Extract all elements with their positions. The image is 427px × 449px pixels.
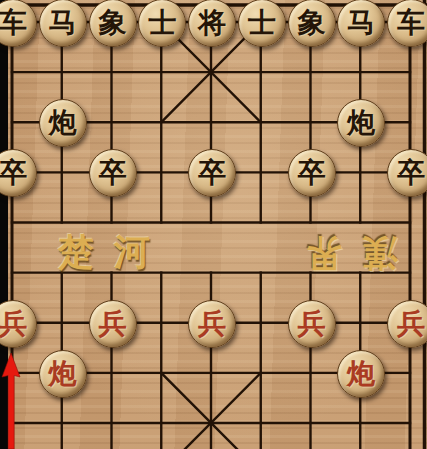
piece-glyph: 马: [347, 9, 375, 37]
piece-glyph: 卒: [198, 159, 226, 187]
piece-glyph: 炮: [347, 109, 375, 137]
piece-glyph: 炮: [49, 109, 77, 137]
piece-glyph: 马: [49, 9, 77, 37]
river-label-chu-he: 楚河: [58, 228, 170, 277]
piece-black-horse[interactable]: 马: [39, 0, 87, 47]
piece-black-cannon[interactable]: 炮: [39, 99, 87, 147]
piece-red-soldier[interactable]: 兵: [89, 300, 137, 348]
piece-black-advisor[interactable]: 士: [238, 0, 286, 47]
xiangqi-board[interactable]: 楚河 漢界 车马象士将士象马车炮炮卒卒卒卒卒兵兵兵兵兵炮炮: [0, 0, 427, 449]
move-arrow: [1, 352, 23, 449]
piece-glyph: 卒: [0, 159, 27, 187]
piece-glyph: 卒: [298, 159, 326, 187]
piece-black-elephant[interactable]: 象: [89, 0, 137, 47]
piece-glyph: 象: [298, 9, 326, 37]
piece-glyph: 卒: [99, 159, 127, 187]
piece-red-soldier[interactable]: 兵: [188, 300, 236, 348]
piece-red-cannon[interactable]: 炮: [337, 350, 385, 398]
piece-black-soldier[interactable]: 卒: [89, 149, 137, 197]
piece-glyph: 炮: [49, 360, 77, 388]
piece-glyph: 卒: [397, 159, 425, 187]
piece-glyph: 兵: [0, 310, 27, 338]
piece-glyph: 士: [248, 9, 276, 37]
piece-black-chariot[interactable]: 车: [387, 0, 427, 47]
piece-glyph: 士: [148, 9, 176, 37]
piece-glyph: 兵: [99, 310, 127, 338]
piece-glyph: 车: [397, 9, 425, 37]
piece-glyph: 车: [0, 9, 27, 37]
piece-glyph: 兵: [298, 310, 326, 338]
piece-glyph: 兵: [198, 310, 226, 338]
piece-black-general[interactable]: 将: [188, 0, 236, 47]
piece-glyph: 象: [99, 9, 127, 37]
river-label-han-jie: 漢界: [288, 228, 398, 277]
piece-red-cannon[interactable]: 炮: [39, 350, 87, 398]
piece-glyph: 将: [198, 9, 226, 37]
piece-black-soldier[interactable]: 卒: [288, 149, 336, 197]
piece-black-elephant[interactable]: 象: [288, 0, 336, 47]
piece-red-soldier[interactable]: 兵: [288, 300, 336, 348]
piece-glyph: 炮: [347, 360, 375, 388]
piece-red-soldier[interactable]: 兵: [387, 300, 427, 348]
piece-glyph: 兵: [397, 310, 425, 338]
